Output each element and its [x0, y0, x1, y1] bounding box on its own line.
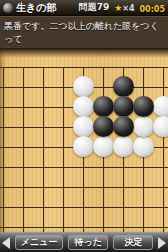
timer: 00:05	[140, 5, 165, 15]
stone-black-c7r4	[113, 116, 134, 137]
next-arrow-icon[interactable]	[158, 237, 166, 249]
instruction-panel: 黒番です。二つ以上の離れた眼をつくって 生きてください。	[0, 16, 168, 48]
stone-white-c6r5	[93, 136, 114, 157]
go-board[interactable]	[0, 48, 168, 232]
stone-icon	[3, 3, 13, 13]
stone-white-c8r5	[133, 136, 154, 157]
instruction-line1: 黒番です。二つ以上の離れた眼をつくって	[4, 20, 164, 46]
problem-number: 問題79	[79, 1, 110, 14]
menu-button[interactable]: メニュー	[15, 235, 64, 250]
stone-black-c6r4	[93, 116, 114, 137]
difficulty-stars: ★×4	[114, 3, 134, 13]
stone-black-c6r3	[93, 96, 114, 117]
stone-white-c7r5	[113, 136, 134, 157]
section-title: 生きの部	[16, 1, 56, 15]
app-screen: 生きの部 問題79 ★×4 00:05 黒番です。二つ以上の離れた眼をつくって …	[0, 0, 168, 252]
stone-black-c8r3	[133, 96, 154, 117]
stone-white-c5r3	[73, 96, 94, 117]
board-edge-shadow	[0, 48, 168, 58]
prev-arrow-icon[interactable]	[2, 237, 10, 249]
stone-black-c7r3	[113, 96, 134, 117]
stone-white-c8r4	[133, 116, 154, 137]
confirm-button[interactable]: 決定	[113, 235, 153, 250]
top-bar: 生きの部 問題79 ★×4 00:05	[0, 0, 168, 16]
stone-white-c5r2	[73, 76, 94, 97]
bottom-toolbar: メニュー 待った 決定	[0, 232, 168, 252]
difficulty-count: ×4	[122, 4, 134, 13]
stone-white-c5r5	[73, 136, 94, 157]
undo-button[interactable]: 待った	[68, 235, 108, 250]
stone-black-c7r2	[113, 76, 134, 97]
stone-white-c5r4	[73, 116, 94, 137]
